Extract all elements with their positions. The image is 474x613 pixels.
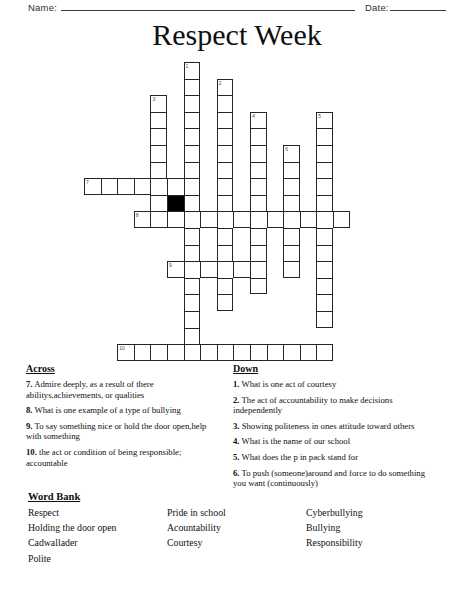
crossword-cell[interactable] [250,245,267,262]
crossword-cell[interactable] [217,195,234,212]
crossword-cell[interactable] [217,245,234,262]
crossword-grid: 12345678910 [84,62,350,361]
crossword-cell[interactable] [217,145,234,162]
word-bank-column-2: Pride in schoolAcountabilityCourtesy [167,505,306,566]
crossword-cell[interactable] [250,145,267,162]
across-clue-list: 7. Admire deeply, as a result of there a… [26,379,222,468]
crossword-cell[interactable] [217,128,234,145]
crossword-cell[interactable] [333,211,350,228]
crossword-cell[interactable] [250,211,267,228]
cell-number: 1 [186,63,189,69]
date-blank-line[interactable] [390,2,446,11]
crossword-cell[interactable] [150,162,167,179]
crossword-cell[interactable]: 9 [167,261,184,278]
word-bank-heading: Word Bank [28,491,452,502]
crossword-cell[interactable]: 5 [316,112,333,129]
crossword-cell[interactable] [217,228,234,245]
across-heading: Across [26,363,222,374]
black-cell [167,195,184,212]
crossword-cell[interactable] [184,195,201,212]
crossword-cell[interactable] [134,178,151,195]
crossword-cell[interactable]: 1 [184,62,201,79]
crossword-cell[interactable]: 10 [117,344,134,361]
crossword-cell[interactable] [184,162,201,179]
down-section: Down 1. What is one act of courtesy2. Th… [233,363,437,494]
crossword-cell[interactable] [184,112,201,129]
crossword-cell[interactable] [267,211,284,228]
crossword-cell[interactable] [283,261,300,278]
crossword-cell[interactable] [150,112,167,129]
crossword-cell[interactable] [217,344,234,361]
clue-number: 7. [26,379,33,389]
clue-number: 3. [233,421,240,431]
name-label: Name: [28,2,57,13]
crossword-cell[interactable]: 2 [217,79,234,96]
clue-number: 10. [26,447,37,457]
crossword-cell[interactable] [184,245,201,262]
word-bank-item: Respect [28,505,167,520]
cell-number: 5 [318,113,321,119]
crossword-cell[interactable] [283,195,300,212]
cell-number: 7 [86,179,89,185]
crossword-cell[interactable]: 8 [134,211,151,228]
crossword-cell[interactable] [101,178,118,195]
word-bank-item: Cyberbullying [306,505,445,520]
crossword-cell[interactable] [217,211,234,228]
down-clue-1: 1. What is one act of courtesy [233,379,437,390]
date-label: Date: [365,2,389,13]
crossword-cell[interactable] [150,145,167,162]
crossword-cell[interactable] [300,211,317,228]
crossword-cell[interactable] [134,344,151,361]
crossword-cell[interactable] [233,211,250,228]
across-clue-10: 10. the act or condition of being respon… [26,447,222,468]
across-clue-7: 7. Admire deeply, as a result of there a… [26,379,222,400]
crossword-cell[interactable] [184,128,201,145]
down-clue-6: 6. To push (someone)around and force to … [233,468,437,489]
crossword-cell[interactable] [184,328,201,345]
crossword-cell[interactable] [184,294,201,311]
crossword-cell[interactable] [316,211,333,228]
crossword-cell[interactable] [217,294,234,311]
crossword-cell[interactable] [200,261,217,278]
crossword-cell[interactable] [250,344,267,361]
crossword-cell[interactable] [250,228,267,245]
word-bank-item: Holding the door open [28,520,167,535]
crossword-cell[interactable] [167,211,184,228]
crossword-cell[interactable] [316,294,333,311]
word-bank-item: Responsibility [306,535,445,550]
crossword-cell[interactable]: 3 [150,95,167,112]
across-clue-8: 8. What is one example of a type of bull… [26,405,222,416]
down-heading: Down [233,363,437,374]
crossword-cell[interactable] [283,162,300,179]
crossword-cell[interactable] [167,178,184,195]
crossword-cell[interactable] [184,278,201,295]
across-clue-9: 9. To say something nice or hold the doo… [26,421,222,442]
crossword-cell[interactable] [250,278,267,295]
crossword-cell[interactable] [184,311,201,328]
crossword-cell[interactable] [233,344,250,361]
crossword-cell[interactable]: 7 [84,178,101,195]
word-bank-columns: RespectHolding the door openCadwalladerP… [28,505,452,566]
crossword-cell[interactable] [316,195,333,212]
down-clue-5: 5. What does the p in pack stand for [233,452,437,463]
cell-number: 4 [252,113,255,119]
clue-number: 4. [233,436,240,446]
word-bank-item: Polite [28,551,167,566]
clue-number: 2. [233,395,240,405]
crossword-cell[interactable] [316,344,333,361]
crossword-cell[interactable] [184,261,201,278]
name-blank-line[interactable] [61,2,355,11]
clue-number: 8. [26,405,33,415]
crossword-cell[interactable] [200,344,217,361]
down-clue-2: 2. The act of accountability to make dec… [233,395,437,416]
crossword-cell[interactable] [184,211,201,228]
crossword-cell[interactable] [217,162,234,179]
word-bank-item: Bullying [306,520,445,535]
crossword-cell[interactable] [150,344,167,361]
page-title: Respect Week [0,18,474,52]
crossword-cell[interactable] [117,178,134,195]
word-bank-item: Pride in school [167,505,306,520]
crossword-cell[interactable] [233,261,250,278]
down-clue-4: 4. What is the name of our school [233,436,437,447]
crossword-cell[interactable] [250,162,267,179]
clue-number: 5. [233,452,240,462]
down-clue-list: 1. What is one act of courtesy2. The act… [233,379,437,489]
crossword-cell[interactable] [200,211,217,228]
crossword-cell[interactable] [250,128,267,145]
crossword-cell[interactable] [250,195,267,212]
crossword-cell[interactable] [316,128,333,145]
crossword-cell[interactable] [283,211,300,228]
crossword-cell[interactable] [283,178,300,195]
crossword-cell[interactable] [150,128,167,145]
word-bank-item: Courtesy [167,535,306,550]
word-bank-column-3: CyberbullyingBullyingResponsibility [306,505,445,566]
crossword-cell[interactable] [267,344,284,361]
word-bank-item: Acountability [167,520,306,535]
clue-number: 1. [233,379,240,389]
crossword-cell[interactable] [316,228,333,245]
crossword-cell[interactable] [184,145,201,162]
cell-number: 6 [285,146,288,152]
crossword-cell[interactable] [184,79,201,96]
crossword-cell[interactable] [184,228,201,245]
crossword-cell[interactable] [250,178,267,195]
crossword-cell[interactable] [316,261,333,278]
down-clue-3: 3. Showing politeness in ones attitude t… [233,421,437,432]
crossword-cell[interactable] [150,178,167,195]
cell-number: 2 [219,80,222,86]
crossword-cell[interactable] [217,112,234,129]
crossword-cell[interactable] [167,344,184,361]
clue-number: 9. [26,421,33,431]
crossword-cell[interactable] [184,178,201,195]
crossword-cell[interactable]: 6 [283,145,300,162]
clue-number: 6. [233,468,240,478]
word-bank-column-1: RespectHolding the door openCadwalladerP… [28,505,167,566]
crossword-cell[interactable] [283,228,300,245]
crossword-cell[interactable] [184,95,201,112]
crossword-cell[interactable] [250,261,267,278]
crossword-cell[interactable] [316,245,333,262]
cell-number: 9 [169,262,172,268]
crossword-cell[interactable] [150,211,167,228]
crossword-cell[interactable] [316,145,333,162]
word-bank-item: Cadwallader [28,535,167,550]
crossword-cell[interactable] [150,195,167,212]
crossword-cell[interactable] [283,245,300,262]
cell-number: 10 [119,345,125,351]
crossword-cell[interactable] [316,178,333,195]
crossword-cell[interactable] [217,178,234,195]
crossword-cell[interactable] [283,344,300,361]
crossword-cell[interactable] [217,278,234,295]
crossword-cell[interactable] [217,95,234,112]
crossword-cell[interactable] [316,311,333,328]
worksheet-page: Name: Date: Respect Week 12345678910 Acr… [0,0,474,613]
word-bank-section: Word Bank RespectHolding the door openCa… [28,491,452,566]
crossword-cell[interactable] [217,261,234,278]
crossword-cell[interactable]: 4 [250,112,267,129]
cell-number: 8 [136,212,139,218]
crossword-cell[interactable] [184,344,201,361]
cell-number: 3 [152,96,155,102]
crossword-cell[interactable] [316,278,333,295]
crossword-cell[interactable] [316,162,333,179]
crossword-cell[interactable] [300,344,317,361]
across-section: Across 7. Admire deeply, as a result of … [26,363,222,473]
